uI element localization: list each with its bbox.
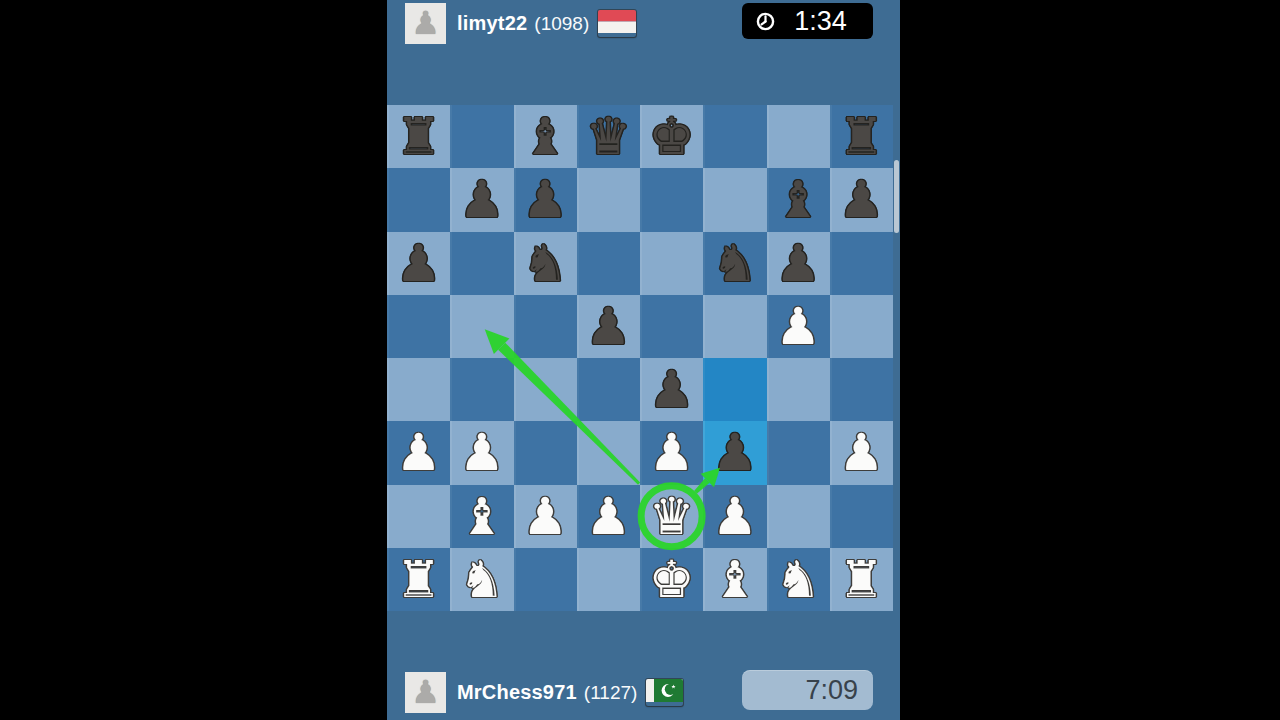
piece-white-pawn: ♟: [703, 485, 766, 548]
square-h5[interactable]: [830, 295, 893, 358]
square-b6[interactable]: [450, 232, 513, 295]
square-b5[interactable]: [450, 295, 513, 358]
square-e6[interactable]: [640, 232, 703, 295]
square-e7[interactable]: [640, 168, 703, 231]
square-g7[interactable]: ♝: [767, 168, 830, 231]
piece-white-pawn: ♟: [830, 421, 893, 484]
square-d2[interactable]: ♟: [577, 485, 640, 548]
square-d5[interactable]: ♟: [577, 295, 640, 358]
piece-white-queen: ♛: [640, 485, 703, 548]
square-g6[interactable]: ♟: [767, 232, 830, 295]
piece-black-queen: ♛: [577, 105, 640, 168]
top-player-bar: ♟ limyt22 (1098): [405, 3, 636, 44]
square-g2[interactable]: [767, 485, 830, 548]
square-c6[interactable]: ♞: [514, 232, 577, 295]
piece-black-bishop: ♝: [767, 168, 830, 231]
square-g5[interactable]: ♟: [767, 295, 830, 358]
square-b7[interactable]: ♟: [450, 168, 513, 231]
piece-white-rook: ♜: [387, 548, 450, 611]
square-a7[interactable]: [387, 168, 450, 231]
square-h7[interactable]: ♟: [830, 168, 893, 231]
pawn-avatar-icon: ♟: [411, 3, 440, 44]
square-f8[interactable]: [703, 105, 766, 168]
pawn-avatar-icon: ♟: [411, 672, 440, 713]
piece-black-pawn: ♟: [830, 168, 893, 231]
piece-black-knight: ♞: [703, 232, 766, 295]
piece-white-rook: ♜: [830, 548, 893, 611]
square-b4[interactable]: [450, 358, 513, 421]
square-b2[interactable]: ♝: [450, 485, 513, 548]
square-b1[interactable]: ♞: [450, 548, 513, 611]
bottom-player-clock: 7:09: [742, 670, 873, 710]
bottom-player-rating: (1127): [584, 682, 638, 704]
square-f1[interactable]: ♝: [703, 548, 766, 611]
square-f2[interactable]: ♟: [703, 485, 766, 548]
square-a2[interactable]: [387, 485, 450, 548]
piece-black-rook: ♜: [387, 105, 450, 168]
top-player-name[interactable]: limyt22: [457, 12, 527, 35]
square-f5[interactable]: [703, 295, 766, 358]
square-a4[interactable]: [387, 358, 450, 421]
bottom-player-avatar[interactable]: ♟: [405, 672, 446, 713]
piece-white-pawn: ♟: [767, 295, 830, 358]
square-g8[interactable]: [767, 105, 830, 168]
square-d7[interactable]: [577, 168, 640, 231]
piece-white-pawn: ♟: [514, 485, 577, 548]
square-a1[interactable]: ♜: [387, 548, 450, 611]
piece-black-knight: ♞: [514, 232, 577, 295]
piece-black-pawn: ♟: [767, 232, 830, 295]
square-h3[interactable]: ♟: [830, 421, 893, 484]
square-f4[interactable]: [703, 358, 766, 421]
square-h8[interactable]: ♜: [830, 105, 893, 168]
square-b8[interactable]: [450, 105, 513, 168]
square-b3[interactable]: ♟: [450, 421, 513, 484]
square-h1[interactable]: ♜: [830, 548, 893, 611]
square-g3[interactable]: [767, 421, 830, 484]
top-player-clock: 1:34: [742, 3, 873, 39]
square-f6[interactable]: ♞: [703, 232, 766, 295]
square-a6[interactable]: ♟: [387, 232, 450, 295]
piece-black-rook: ♜: [830, 105, 893, 168]
square-e4[interactable]: ♟: [640, 358, 703, 421]
square-h6[interactable]: [830, 232, 893, 295]
piece-white-pawn: ♟: [577, 485, 640, 548]
square-h2[interactable]: [830, 485, 893, 548]
square-c4[interactable]: [514, 358, 577, 421]
square-c5[interactable]: [514, 295, 577, 358]
piece-white-bishop: ♝: [450, 485, 513, 548]
square-d6[interactable]: [577, 232, 640, 295]
top-player-avatar[interactable]: ♟: [405, 3, 446, 44]
piece-black-pawn: ♟: [640, 358, 703, 421]
square-d4[interactable]: [577, 358, 640, 421]
piece-white-pawn: ♟: [387, 421, 450, 484]
piece-white-knight: ♞: [450, 548, 513, 611]
bottom-player-bar: ♟ MrChess971 (1127): [405, 672, 683, 713]
piece-black-pawn: ♟: [703, 421, 766, 484]
piece-black-king: ♚: [640, 105, 703, 168]
square-a8[interactable]: ♜: [387, 105, 450, 168]
piece-black-pawn: ♟: [514, 168, 577, 231]
square-g1[interactable]: ♞: [767, 548, 830, 611]
square-e1[interactable]: ♚: [640, 548, 703, 611]
chess-board: ♜♝♛♚♜♟♟♝♟♟♞♞♟♟♟♟♟♟♟♟♟♝♟♟♛♟♜♞♚♝♞♜: [387, 105, 893, 611]
square-d1[interactable]: [577, 548, 640, 611]
square-c2[interactable]: ♟: [514, 485, 577, 548]
square-h4[interactable]: [830, 358, 893, 421]
bottom-clock-time: 7:09: [805, 675, 873, 706]
square-d8[interactable]: ♛: [577, 105, 640, 168]
clock-icon: [755, 11, 776, 32]
top-player-rating: (1098): [534, 13, 589, 35]
square-a5[interactable]: [387, 295, 450, 358]
square-e5[interactable]: [640, 295, 703, 358]
square-f7[interactable]: [703, 168, 766, 231]
piece-black-pawn: ♟: [577, 295, 640, 358]
scroll-indicator[interactable]: [894, 160, 899, 233]
piece-black-pawn: ♟: [387, 232, 450, 295]
piece-white-knight: ♞: [767, 548, 830, 611]
square-e3[interactable]: ♟: [640, 421, 703, 484]
square-f3[interactable]: ♟: [703, 421, 766, 484]
bottom-player-name[interactable]: MrChess971: [457, 681, 577, 704]
square-c1[interactable]: [514, 548, 577, 611]
square-d3[interactable]: [577, 421, 640, 484]
piece-white-bishop: ♝: [703, 548, 766, 611]
piece-black-pawn: ♟: [450, 168, 513, 231]
square-e8[interactable]: ♚: [640, 105, 703, 168]
square-c3[interactable]: [514, 421, 577, 484]
square-g4[interactable]: [767, 358, 830, 421]
square-c7[interactable]: ♟: [514, 168, 577, 231]
piece-black-bishop: ♝: [514, 105, 577, 168]
piece-white-pawn: ♟: [450, 421, 513, 484]
flag-pakistan-icon: [646, 679, 683, 706]
piece-white-pawn: ♟: [640, 421, 703, 484]
square-a3[interactable]: ♟: [387, 421, 450, 484]
square-c8[interactable]: ♝: [514, 105, 577, 168]
flag-indonesia-icon: [598, 10, 636, 37]
square-e2[interactable]: ♛: [640, 485, 703, 548]
top-clock-time: 1:34: [776, 6, 873, 37]
piece-white-king: ♚: [640, 548, 703, 611]
app-screen: ♟ limyt22 (1098) 1:34 ♜♝♛♚♜♟♟♝♟♟♞♞♟♟♟♟♟♟…: [387, 0, 900, 720]
